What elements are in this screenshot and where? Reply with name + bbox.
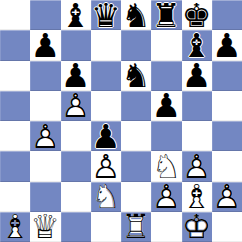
square-e4[interactable]	[121, 121, 151, 151]
black-rook-icon: ♜	[151, 0, 181, 30]
square-a2[interactable]	[0, 182, 30, 212]
white-pawn-fill-icon: ♟	[182, 151, 212, 181]
square-a3[interactable]	[0, 151, 30, 181]
square-f6[interactable]	[151, 61, 181, 91]
square-d3[interactable]: ♟♙	[91, 151, 121, 181]
square-f8[interactable]: ♜	[151, 0, 181, 30]
black-pawn-icon: ♟	[212, 30, 242, 60]
square-c4[interactable]	[61, 121, 91, 151]
black-knight-icon: ♞	[121, 0, 151, 30]
square-e1[interactable]: ♜♖	[121, 212, 151, 242]
white-pawn-fill-icon: ♟	[91, 151, 121, 181]
white-bishop-outline-icon: ♗	[182, 182, 212, 212]
black-king-icon: ♚	[182, 0, 212, 30]
chess-board: ♝♛♞♜♚♟♝♟♟♞♟♟♙♟♟♙♟♟♙♞♘♟♙♞♘♟♙♝♗♟♙♝♗♛♕♜♖♚♔	[0, 0, 242, 242]
white-knight-outline-icon: ♘	[151, 151, 181, 181]
square-b4[interactable]: ♟♙	[30, 121, 60, 151]
square-c5[interactable]: ♟♙	[61, 91, 91, 121]
square-a8[interactable]	[0, 0, 30, 30]
square-f1[interactable]	[151, 212, 181, 242]
square-e3[interactable]	[121, 151, 151, 181]
white-pawn-outline-icon: ♙	[61, 91, 91, 121]
square-e2[interactable]	[121, 182, 151, 212]
square-d6[interactable]	[91, 61, 121, 91]
square-d1[interactable]	[91, 212, 121, 242]
square-e5[interactable]	[121, 91, 151, 121]
square-c1[interactable]	[61, 212, 91, 242]
square-c6[interactable]: ♟	[61, 61, 91, 91]
square-c7[interactable]	[61, 30, 91, 60]
black-pawn-icon: ♟	[91, 121, 121, 151]
white-bishop-fill-icon: ♝	[182, 182, 212, 212]
square-h1[interactable]	[212, 212, 242, 242]
white-rook-fill-icon: ♜	[121, 212, 151, 242]
white-pawn-fill-icon: ♟	[30, 121, 60, 151]
white-knight-fill-icon: ♞	[91, 182, 121, 212]
black-queen-icon: ♛	[91, 0, 121, 30]
square-f4[interactable]	[151, 121, 181, 151]
square-h4[interactable]	[212, 121, 242, 151]
square-h6[interactable]	[212, 61, 242, 91]
white-bishop-outline-icon: ♗	[0, 212, 30, 242]
square-b6[interactable]	[30, 61, 60, 91]
white-pawn-outline-icon: ♙	[212, 182, 242, 212]
black-pawn-icon: ♟	[151, 91, 181, 121]
square-a1[interactable]: ♝♗	[0, 212, 30, 242]
white-pawn-outline-icon: ♙	[30, 121, 60, 151]
square-h2[interactable]: ♟♙	[212, 182, 242, 212]
black-pawn-icon: ♟	[30, 30, 60, 60]
square-b2[interactable]	[30, 182, 60, 212]
square-d2[interactable]: ♞♘	[91, 182, 121, 212]
white-bishop-fill-icon: ♝	[0, 212, 30, 242]
white-knight-fill-icon: ♞	[151, 151, 181, 181]
square-a4[interactable]	[0, 121, 30, 151]
square-g1[interactable]: ♚♔	[182, 212, 212, 242]
square-d5[interactable]	[91, 91, 121, 121]
square-b8[interactable]	[30, 0, 60, 30]
square-h8[interactable]	[212, 0, 242, 30]
square-e6[interactable]: ♞	[121, 61, 151, 91]
square-c2[interactable]	[61, 182, 91, 212]
black-bishop-icon: ♝	[61, 0, 91, 30]
white-queen-outline-icon: ♕	[30, 212, 60, 242]
square-d4[interactable]: ♟	[91, 121, 121, 151]
square-c3[interactable]	[61, 151, 91, 181]
square-g8[interactable]: ♚	[182, 0, 212, 30]
square-g4[interactable]	[182, 121, 212, 151]
white-knight-outline-icon: ♘	[91, 182, 121, 212]
square-a5[interactable]	[0, 91, 30, 121]
white-pawn-fill-icon: ♟	[212, 182, 242, 212]
square-e8[interactable]: ♞	[121, 0, 151, 30]
square-d8[interactable]: ♛	[91, 0, 121, 30]
white-pawn-outline-icon: ♙	[151, 182, 181, 212]
square-h3[interactable]	[212, 151, 242, 181]
white-pawn-fill-icon: ♟	[151, 182, 181, 212]
white-pawn-fill-icon: ♟	[61, 91, 91, 121]
square-a7[interactable]	[0, 30, 30, 60]
square-e7[interactable]	[121, 30, 151, 60]
square-g6[interactable]: ♟	[182, 61, 212, 91]
square-b1[interactable]: ♛♕	[30, 212, 60, 242]
square-f5[interactable]: ♟	[151, 91, 181, 121]
square-c8[interactable]: ♝	[61, 0, 91, 30]
square-g2[interactable]: ♝♗	[182, 182, 212, 212]
white-king-fill-icon: ♚	[182, 212, 212, 242]
square-g3[interactable]: ♟♙	[182, 151, 212, 181]
black-knight-icon: ♞	[121, 61, 151, 91]
square-h5[interactable]	[212, 91, 242, 121]
white-king-outline-icon: ♔	[182, 212, 212, 242]
white-rook-outline-icon: ♖	[121, 212, 151, 242]
white-pawn-outline-icon: ♙	[182, 151, 212, 181]
square-a6[interactable]	[0, 61, 30, 91]
square-b7[interactable]: ♟	[30, 30, 60, 60]
white-queen-fill-icon: ♛	[30, 212, 60, 242]
square-f3[interactable]: ♞♘	[151, 151, 181, 181]
square-f7[interactable]	[151, 30, 181, 60]
square-g5[interactable]	[182, 91, 212, 121]
black-pawn-icon: ♟	[182, 61, 212, 91]
white-pawn-outline-icon: ♙	[91, 151, 121, 181]
square-b3[interactable]	[30, 151, 60, 181]
square-b5[interactable]	[30, 91, 60, 121]
square-h7[interactable]: ♟	[212, 30, 242, 60]
black-bishop-icon: ♝	[182, 30, 212, 60]
square-g7[interactable]: ♝	[182, 30, 212, 60]
square-f2[interactable]: ♟♙	[151, 182, 181, 212]
black-pawn-icon: ♟	[61, 61, 91, 91]
square-d7[interactable]	[91, 30, 121, 60]
